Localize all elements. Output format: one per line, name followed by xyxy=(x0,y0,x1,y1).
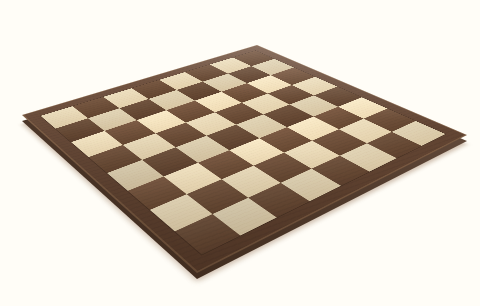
board-square xyxy=(213,198,277,236)
board-square xyxy=(284,141,340,169)
board-top-layer xyxy=(0,0,480,306)
board-square xyxy=(176,136,230,163)
board-square xyxy=(367,132,422,159)
board-square xyxy=(155,122,206,147)
lighting-overlay xyxy=(22,45,467,273)
board-square xyxy=(119,99,166,120)
board-square xyxy=(364,109,415,132)
board-square xyxy=(105,120,155,145)
board-square xyxy=(339,119,392,144)
board-square xyxy=(247,75,292,93)
board-square xyxy=(149,90,195,110)
board-square xyxy=(176,81,221,100)
board-square xyxy=(55,118,105,142)
board-square xyxy=(150,194,213,231)
board-square xyxy=(268,85,315,105)
board-square xyxy=(281,168,341,201)
board-square xyxy=(233,51,274,66)
board-square xyxy=(198,150,254,179)
board-side-edge xyxy=(0,6,480,306)
board-square xyxy=(167,101,215,123)
board-square xyxy=(159,72,203,90)
board-square xyxy=(314,87,361,107)
photo-scene xyxy=(0,0,480,306)
board-square xyxy=(311,155,369,185)
board-square xyxy=(292,77,338,96)
board-square xyxy=(185,65,228,82)
board-square xyxy=(195,92,242,113)
board-square xyxy=(313,107,364,130)
board-square xyxy=(207,125,259,150)
board-square xyxy=(228,66,271,83)
board-square xyxy=(175,214,241,255)
board-grid xyxy=(41,51,446,255)
board-square xyxy=(287,116,339,140)
board-square xyxy=(123,133,176,160)
board-square xyxy=(73,97,120,118)
board-square xyxy=(229,138,284,165)
board-square xyxy=(186,112,236,135)
board-square xyxy=(132,80,176,99)
board-square xyxy=(88,108,136,131)
board-square xyxy=(222,83,268,102)
board-square xyxy=(215,103,264,125)
board-square xyxy=(137,110,186,133)
board-square xyxy=(264,105,314,127)
board-square xyxy=(236,114,287,138)
board-square xyxy=(203,74,247,92)
board-square xyxy=(340,143,397,171)
board-square xyxy=(88,145,142,173)
board-square xyxy=(392,121,446,146)
board-square xyxy=(143,147,198,176)
board-square xyxy=(71,131,123,157)
board-square xyxy=(251,59,293,75)
board-thickness xyxy=(22,51,467,279)
board-square xyxy=(338,97,387,118)
shadow-shape xyxy=(22,54,467,282)
board-square xyxy=(222,166,281,198)
board-square xyxy=(103,88,148,108)
board-square xyxy=(41,106,89,128)
board-square xyxy=(107,160,164,191)
board-square xyxy=(271,67,315,84)
board-square xyxy=(128,176,188,210)
chessboard xyxy=(22,45,467,273)
board-square xyxy=(312,129,366,155)
board-square xyxy=(164,163,222,194)
board-drop-shadow xyxy=(0,9,480,306)
board-square xyxy=(248,182,310,217)
board-square xyxy=(259,127,312,153)
board-square xyxy=(290,95,339,116)
board-square xyxy=(242,93,290,114)
board-square xyxy=(210,57,252,73)
board-square xyxy=(254,153,311,183)
board-square xyxy=(187,179,248,213)
